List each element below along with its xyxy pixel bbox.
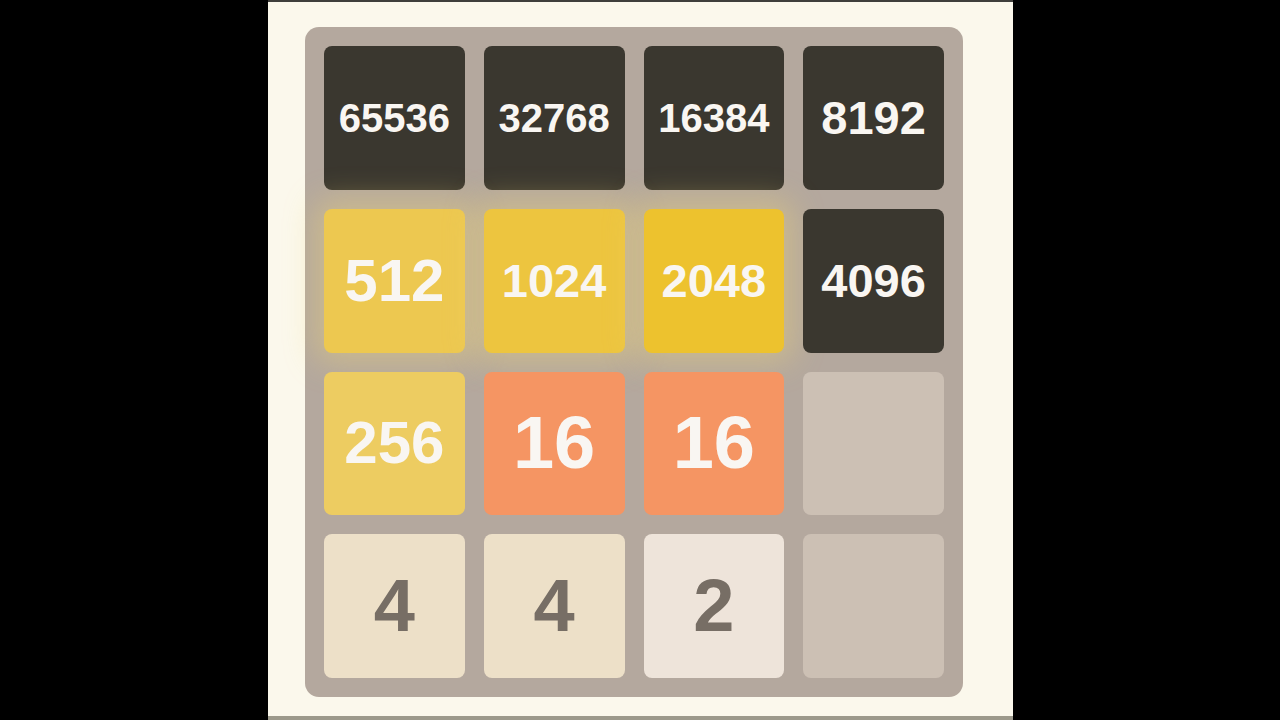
letterbox-right: [1013, 0, 1280, 720]
tile-16: 16: [484, 372, 625, 516]
tile-32768: 32768: [484, 46, 625, 190]
tile-1024: 1024: [484, 209, 625, 353]
tile-16384: 16384: [644, 46, 785, 190]
tile-2: 2: [644, 534, 785, 678]
empty-cell: [803, 534, 944, 678]
tile-2048: 2048: [644, 209, 785, 353]
tile-4: 4: [484, 534, 625, 678]
letterbox-left: [0, 0, 268, 720]
tile-4: 4: [324, 534, 465, 678]
tile-512: 512: [324, 209, 465, 353]
bottom-edge-strip: [268, 716, 1013, 720]
empty-cell: [803, 372, 944, 516]
tile-256: 256: [324, 372, 465, 516]
game-stage: 6553632768163848192512102420484096256161…: [268, 0, 1013, 720]
board-grid[interactable]: 6553632768163848192512102420484096256161…: [305, 27, 963, 697]
screenshot-frame: 6553632768163848192512102420484096256161…: [0, 0, 1280, 720]
tile-65536: 65536: [324, 46, 465, 190]
tile-8192: 8192: [803, 46, 944, 190]
top-edge-strip: [268, 0, 1013, 2]
tile-4096: 4096: [803, 209, 944, 353]
tile-16: 16: [644, 372, 785, 516]
